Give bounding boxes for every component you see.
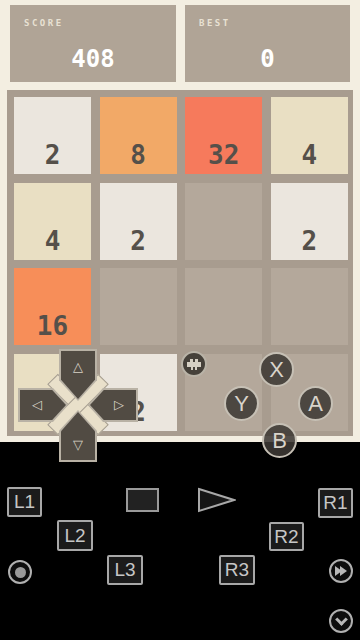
dpad-right-button[interactable]: ▷ <box>88 388 138 422</box>
left-arrow-icon: ◁ <box>12 398 62 411</box>
hotkey-menu-button[interactable] <box>181 351 207 377</box>
dpad-left-button[interactable]: ◁ <box>18 388 68 422</box>
b-button[interactable]: B <box>262 423 297 458</box>
down-arrow-icon: ▽ <box>59 438 97 451</box>
gamepad-icon <box>186 359 202 370</box>
up-arrow-icon: △ <box>59 360 97 373</box>
emulator-screen: SCORE 408 BEST 0 2 8 32 4 4 2 2 16 4 2 L <box>0 0 360 640</box>
x-button[interactable]: X <box>259 352 294 387</box>
right-arrow-icon: ▷ <box>94 398 144 411</box>
touch-overlay: △ ▽ ◁ ▷ X Y A B <box>0 0 360 640</box>
y-button[interactable]: Y <box>224 386 259 421</box>
a-button[interactable]: A <box>298 386 333 421</box>
